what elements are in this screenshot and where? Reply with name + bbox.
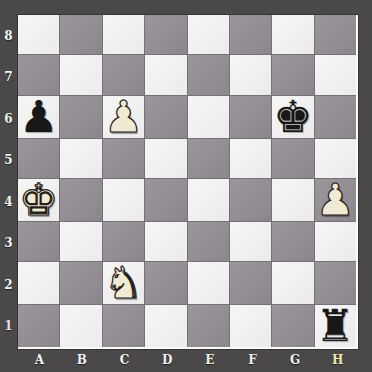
square-f2[interactable]: [230, 262, 271, 304]
square-e4[interactable]: [188, 179, 229, 221]
square-e7[interactable]: [188, 55, 229, 94]
rank-label-4: 4: [0, 181, 17, 223]
square-h5[interactable]: [315, 139, 356, 178]
square-g5[interactable]: [272, 139, 313, 178]
square-b6[interactable]: [60, 96, 101, 138]
square-c8[interactable]: [103, 15, 144, 54]
piece-black-rook[interactable]: ♜: [316, 305, 355, 347]
square-c4[interactable]: [103, 179, 144, 221]
file-label-d: D: [146, 350, 189, 370]
square-a6[interactable]: ♟: [18, 96, 59, 138]
square-b2[interactable]: [60, 262, 101, 304]
square-g1[interactable]: [272, 305, 313, 347]
square-c5[interactable]: [103, 139, 144, 178]
square-f7[interactable]: [230, 55, 271, 94]
square-d1[interactable]: [145, 305, 186, 347]
square-d5[interactable]: [145, 139, 186, 178]
square-b1[interactable]: [60, 305, 101, 347]
square-b3[interactable]: [60, 222, 101, 261]
square-a8[interactable]: [18, 15, 59, 54]
square-a7[interactable]: [18, 55, 59, 94]
square-f4[interactable]: [230, 179, 271, 221]
file-label-h: H: [316, 350, 359, 370]
rank-label-6: 6: [0, 98, 17, 140]
square-b7[interactable]: [60, 55, 101, 94]
piece-black-king[interactable]: ♚: [273, 96, 312, 138]
square-f1[interactable]: [230, 305, 271, 347]
piece-white-king[interactable]: ♚: [19, 179, 58, 221]
square-e3[interactable]: [188, 222, 229, 261]
board-frame: ♟♟♚♚♟♞♜: [17, 14, 359, 350]
square-c1[interactable]: [103, 305, 144, 347]
square-d2[interactable]: [145, 262, 186, 304]
square-c6[interactable]: ♟: [103, 96, 144, 138]
file-label-e: E: [189, 350, 232, 370]
square-h6[interactable]: [315, 96, 356, 138]
square-c7[interactable]: [103, 55, 144, 94]
file-labels: ABCDEFGH: [18, 350, 359, 370]
square-h2[interactable]: [315, 262, 356, 304]
square-e2[interactable]: [188, 262, 229, 304]
square-a2[interactable]: [18, 262, 59, 304]
square-g3[interactable]: [272, 222, 313, 261]
square-c3[interactable]: [103, 222, 144, 261]
square-g8[interactable]: [272, 15, 313, 54]
file-label-b: B: [61, 350, 104, 370]
chess-diagram: 87654321 ♟♟♚♚♟♞♜ ABCDEFGH: [0, 0, 372, 372]
square-d6[interactable]: [145, 96, 186, 138]
square-e5[interactable]: [188, 139, 229, 178]
square-a4[interactable]: ♚: [18, 179, 59, 221]
piece-white-knight[interactable]: ♞: [104, 262, 143, 304]
square-g6[interactable]: ♚: [272, 96, 313, 138]
rank-label-8: 8: [0, 15, 17, 57]
square-g7[interactable]: [272, 55, 313, 94]
square-a5[interactable]: [18, 139, 59, 178]
square-b5[interactable]: [60, 139, 101, 178]
square-d8[interactable]: [145, 15, 186, 54]
square-e1[interactable]: [188, 305, 229, 347]
square-h4[interactable]: ♟: [315, 179, 356, 221]
square-f8[interactable]: [230, 15, 271, 54]
rank-labels: 87654321: [0, 15, 17, 347]
square-b8[interactable]: [60, 15, 101, 54]
square-b4[interactable]: [60, 179, 101, 221]
square-g2[interactable]: [272, 262, 313, 304]
square-f6[interactable]: [230, 96, 271, 138]
square-h8[interactable]: [315, 15, 356, 54]
file-label-c: C: [103, 350, 146, 370]
square-c2[interactable]: ♞: [103, 262, 144, 304]
rank-label-7: 7: [0, 57, 17, 99]
file-label-a: A: [18, 350, 61, 370]
piece-black-pawn[interactable]: ♟: [19, 96, 58, 138]
rank-label-5: 5: [0, 140, 17, 182]
square-a3[interactable]: [18, 222, 59, 261]
file-label-f: F: [231, 350, 274, 370]
square-f3[interactable]: [230, 222, 271, 261]
piece-white-pawn[interactable]: ♟: [316, 179, 355, 221]
square-e8[interactable]: [188, 15, 229, 54]
rank-label-2: 2: [0, 264, 17, 306]
square-d3[interactable]: [145, 222, 186, 261]
file-label-g: G: [274, 350, 317, 370]
piece-white-pawn[interactable]: ♟: [104, 96, 143, 138]
square-d7[interactable]: [145, 55, 186, 94]
rank-label-1: 1: [0, 306, 17, 348]
square-d4[interactable]: [145, 179, 186, 221]
square-g4[interactable]: [272, 179, 313, 221]
square-h1[interactable]: ♜: [315, 305, 356, 347]
square-a1[interactable]: [18, 305, 59, 347]
chess-board: ♟♟♚♚♟♞♜: [18, 15, 356, 347]
square-h7[interactable]: [315, 55, 356, 94]
square-h3[interactable]: [315, 222, 356, 261]
square-e6[interactable]: [188, 96, 229, 138]
rank-label-3: 3: [0, 223, 17, 265]
square-f5[interactable]: [230, 139, 271, 178]
